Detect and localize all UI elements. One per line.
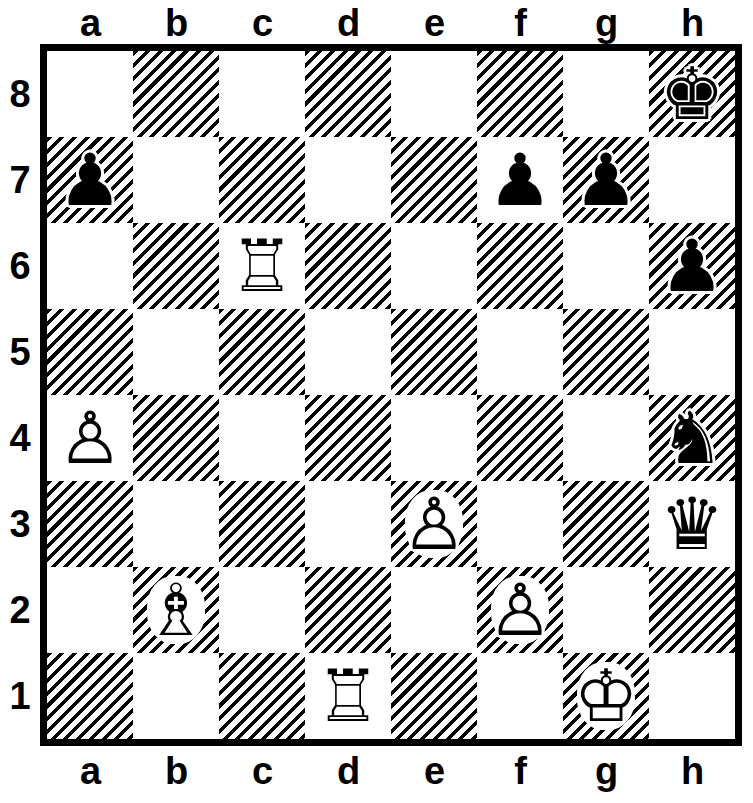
chess-board-diagram: abcdefgh 87654321 ♚♟♟♟♖♟♙♞♙♛♗♙♖♔ abcdefg… [0,0,753,803]
square-e6[interactable] [391,223,477,309]
board-middle-row: 87654321 ♚♟♟♟♖♟♙♞♙♛♗♙♖♔ [0,44,753,746]
black-king[interactable]: ♚ [649,51,735,137]
square-f6[interactable] [477,223,563,309]
square-a6[interactable] [47,223,133,309]
square-e3[interactable]: ♙ [391,481,477,567]
square-f3[interactable] [477,481,563,567]
square-b2[interactable]: ♗ [133,567,219,653]
square-f1[interactable] [477,653,563,739]
square-h4[interactable]: ♞ [649,395,735,481]
square-g5[interactable] [563,309,649,395]
rank-labels-left: 87654321 [0,44,40,746]
black-pawn[interactable]: ♟ [563,137,649,223]
square-a7[interactable]: ♟ [47,137,133,223]
square-b3[interactable] [133,481,219,567]
white-rook[interactable]: ♖ [219,223,305,309]
white-king[interactable]: ♔ [563,653,649,739]
square-h5[interactable] [649,309,735,395]
rank-label-left-3: 3 [0,481,40,567]
file-label-bottom-d: d [305,746,391,796]
file-label-top-d: d [305,2,391,44]
black-queen[interactable]: ♛ [649,481,735,567]
rank-label-left-8: 8 [0,51,40,137]
square-e5[interactable] [391,309,477,395]
rank-label-left-7: 7 [0,137,40,223]
square-f2[interactable]: ♙ [477,567,563,653]
chess-board: ♚♟♟♟♖♟♙♞♙♛♗♙♖♔ [40,44,742,746]
rank-label-left-5: 5 [0,309,40,395]
square-b5[interactable] [133,309,219,395]
square-g3[interactable] [563,481,649,567]
black-pawn[interactable]: ♟ [477,137,563,223]
square-a1[interactable] [47,653,133,739]
rank-label-left-6: 6 [0,223,40,309]
square-c8[interactable] [219,51,305,137]
square-f4[interactable] [477,395,563,481]
file-label-top-a: a [47,2,133,44]
square-d2[interactable] [305,567,391,653]
square-d8[interactable] [305,51,391,137]
white-pawn[interactable]: ♙ [477,567,563,653]
file-label-bottom-e: e [391,746,477,796]
square-g2[interactable] [563,567,649,653]
file-label-bottom-h: h [649,746,735,796]
black-pawn[interactable]: ♟ [47,137,133,223]
square-h6[interactable]: ♟ [649,223,735,309]
square-b4[interactable] [133,395,219,481]
file-labels-top: abcdefgh [47,2,753,44]
square-g1[interactable]: ♔ [563,653,649,739]
square-f5[interactable] [477,309,563,395]
file-label-bottom-b: b [133,746,219,796]
square-f8[interactable] [477,51,563,137]
square-a2[interactable] [47,567,133,653]
rank-label-left-1: 1 [0,653,40,739]
square-g4[interactable] [563,395,649,481]
square-h3[interactable]: ♛ [649,481,735,567]
square-h2[interactable] [649,567,735,653]
square-h7[interactable] [649,137,735,223]
white-bishop[interactable]: ♗ [133,567,219,653]
square-g8[interactable] [563,51,649,137]
file-label-bottom-f: f [477,746,563,796]
square-a3[interactable] [47,481,133,567]
square-g6[interactable] [563,223,649,309]
square-c4[interactable] [219,395,305,481]
square-e2[interactable] [391,567,477,653]
file-label-bottom-c: c [219,746,305,796]
square-e8[interactable] [391,51,477,137]
square-d6[interactable] [305,223,391,309]
file-labels-bottom: abcdefgh [47,746,753,794]
file-label-top-h: h [649,2,735,44]
square-e4[interactable] [391,395,477,481]
square-e1[interactable] [391,653,477,739]
rank-label-left-4: 4 [0,395,40,481]
square-b8[interactable] [133,51,219,137]
square-d5[interactable] [305,309,391,395]
square-f7[interactable]: ♟ [477,137,563,223]
file-label-bottom-a: a [47,746,133,796]
square-d4[interactable] [305,395,391,481]
square-a8[interactable] [47,51,133,137]
square-h1[interactable] [649,653,735,739]
square-c1[interactable] [219,653,305,739]
file-label-bottom-g: g [563,746,649,796]
file-label-top-c: c [219,2,305,44]
square-d7[interactable] [305,137,391,223]
square-a4[interactable]: ♙ [47,395,133,481]
rank-label-left-2: 2 [0,567,40,653]
file-label-top-e: e [391,2,477,44]
square-g7[interactable]: ♟ [563,137,649,223]
white-pawn[interactable]: ♙ [47,395,133,481]
square-c6[interactable]: ♖ [219,223,305,309]
square-d3[interactable] [305,481,391,567]
square-a5[interactable] [47,309,133,395]
square-b1[interactable] [133,653,219,739]
black-pawn[interactable]: ♟ [649,223,735,309]
file-label-top-f: f [477,2,563,44]
square-c5[interactable] [219,309,305,395]
square-h8[interactable]: ♚ [649,51,735,137]
file-label-top-b: b [133,2,219,44]
square-c2[interactable] [219,567,305,653]
black-knight[interactable]: ♞ [649,395,735,481]
file-label-top-g: g [563,2,649,44]
square-b6[interactable] [133,223,219,309]
square-b7[interactable] [133,137,219,223]
square-d1[interactable]: ♖ [305,653,391,739]
white-pawn[interactable]: ♙ [391,481,477,567]
square-c7[interactable] [219,137,305,223]
white-rook[interactable]: ♖ [305,653,391,739]
square-e7[interactable] [391,137,477,223]
square-c3[interactable] [219,481,305,567]
